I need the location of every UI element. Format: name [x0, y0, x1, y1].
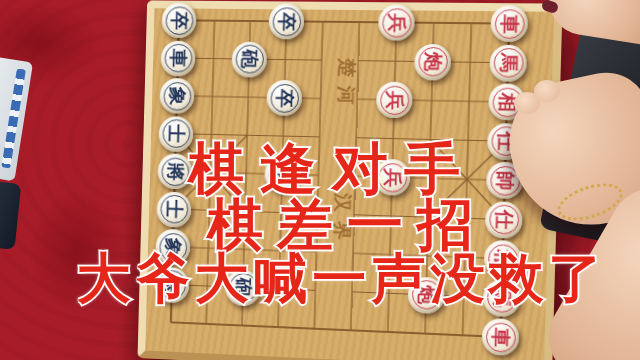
piece-character: 卒 [170, 11, 189, 30]
piece-character: 車 [490, 327, 510, 347]
dark-phone [0, 180, 21, 250]
piece-character: 卒 [275, 88, 294, 107]
scene-photo: 楚河 汉界 卒車象士將士象馬砲砲卒卒卒兵兵兵炮炮車馬相仕帥仕相馬車 棋逢对手 棋… [0, 0, 640, 360]
piece-character: 卒 [277, 12, 296, 31]
piece-character: 炮 [423, 52, 443, 71]
piece-character: 帥 [495, 170, 515, 190]
piece-character: 士 [167, 124, 186, 143]
piece-character: 馬 [498, 53, 518, 73]
piece-character: 將 [166, 162, 185, 181]
piece-character: 兵 [387, 13, 407, 32]
caption-line-3: 大爷大喊一声没救了 [77, 252, 608, 306]
piece-character: 車 [169, 49, 188, 68]
box-label-stripe [1, 68, 26, 168]
piece-character: 車 [499, 14, 519, 34]
xiangqi-piece-black: 砲 [231, 41, 267, 77]
piece-character: 兵 [384, 90, 404, 109]
caption-line-2: 棋差一招 [207, 197, 487, 253]
xiangqi-piece-red: 炮 [414, 43, 451, 80]
xiangqi-piece-black: 車 [160, 40, 195, 76]
piece-character: 仕 [494, 210, 514, 230]
xiangqi-piece-black: 士 [156, 191, 191, 227]
piece-character: 士 [165, 200, 184, 219]
xiangqi-piece-red: 馬 [489, 44, 527, 81]
piece-character: 砲 [240, 50, 259, 69]
piece-character: 象 [168, 86, 187, 105]
knuckle [534, 80, 560, 102]
river-label-upper: 楚河 [334, 58, 359, 106]
xiangqi-piece-red: 仕 [485, 201, 523, 239]
caption-line-1: 棋逢对手 [188, 141, 476, 197]
white-box [0, 55, 33, 182]
